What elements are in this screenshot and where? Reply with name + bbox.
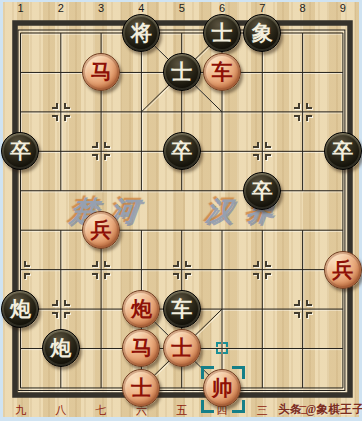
piece-black-general[interactable]: 将 [122, 14, 160, 52]
piece-black-soldier[interactable]: 卒 [243, 172, 281, 210]
piece-red-cannon[interactable]: 炮 [122, 290, 160, 328]
piece-red-chariot[interactable]: 车 [203, 53, 241, 91]
piece-black-advisor[interactable]: 士 [163, 53, 201, 91]
top-file-label-6: 6 [213, 2, 231, 14]
piece-black-elephant[interactable]: 象 [243, 14, 281, 52]
star-point-marker [92, 261, 110, 279]
top-file-label-5: 5 [173, 2, 191, 14]
piece-red-advisor[interactable]: 士 [122, 369, 160, 407]
star-point-marker [12, 261, 30, 279]
piece-red-soldier[interactable]: 兵 [82, 211, 120, 249]
top-file-label-9: 9 [334, 2, 352, 14]
top-file-label-4: 4 [132, 2, 150, 14]
xiangqi-board[interactable]: 将士象马士车卒卒卒卒兵兵炮炮车炮马士士帅 [0, 13, 362, 407]
piece-black-advisor[interactable]: 士 [203, 14, 241, 52]
piece-black-chariot[interactable]: 车 [163, 290, 201, 328]
star-point-marker [173, 261, 191, 279]
star-point-marker [294, 300, 312, 318]
top-file-label-7: 7 [253, 2, 271, 14]
top-file-label-3: 3 [92, 2, 110, 14]
piece-red-horse[interactable]: 马 [82, 53, 120, 91]
xiangqi-app-window: 123456789 九八七六五四三二一 楚河 汉界 将士象马士车卒卒卒卒兵兵炮炮… [0, 0, 362, 421]
piece-black-cannon[interactable]: 炮 [1, 290, 39, 328]
piece-red-horse[interactable]: 马 [122, 329, 160, 367]
piece-black-soldier[interactable]: 卒 [1, 132, 39, 170]
star-point-marker [52, 103, 70, 121]
piece-black-cannon[interactable]: 炮 [42, 329, 80, 367]
piece-red-soldier[interactable]: 兵 [324, 251, 362, 289]
watermark-text: 头条 @象棋王子 [278, 402, 362, 417]
star-point-marker [253, 261, 271, 279]
top-file-label-2: 2 [52, 2, 70, 14]
star-point-marker [52, 300, 70, 318]
piece-black-soldier[interactable]: 卒 [163, 132, 201, 170]
top-file-label-1: 1 [12, 2, 30, 14]
star-point-marker [253, 142, 271, 160]
top-file-label-8: 8 [294, 2, 312, 14]
move-origin-marker [216, 342, 228, 354]
piece-red-general[interactable]: 帅 [203, 369, 241, 407]
star-point-marker [294, 103, 312, 121]
star-point-marker [92, 142, 110, 160]
piece-black-soldier[interactable]: 卒 [324, 132, 362, 170]
piece-red-advisor[interactable]: 士 [163, 329, 201, 367]
